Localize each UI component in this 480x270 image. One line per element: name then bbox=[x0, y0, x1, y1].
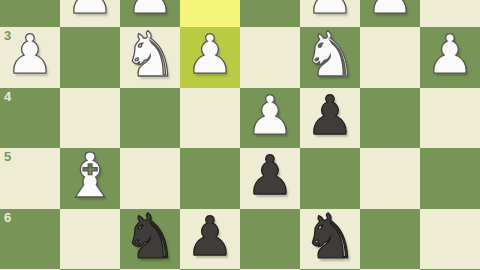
square-h3[interactable]: 3♟ bbox=[0, 27, 60, 88]
rank-label-6: 6 bbox=[4, 211, 11, 224]
white-knight[interactable]: ♞ bbox=[302, 24, 358, 86]
square-a5[interactable] bbox=[420, 148, 480, 209]
white-pawn[interactable]: ♟ bbox=[6, 28, 54, 82]
square-e6[interactable]: ♟ bbox=[180, 209, 240, 270]
square-c4[interactable]: ♟ bbox=[300, 88, 360, 149]
square-e3[interactable]: ♟ bbox=[180, 27, 240, 88]
square-f3[interactable]: ♞ bbox=[120, 27, 180, 88]
square-d4[interactable]: ♟ bbox=[240, 88, 300, 149]
square-d3[interactable] bbox=[240, 27, 300, 88]
square-d6[interactable] bbox=[240, 209, 300, 270]
square-b2[interactable]: ♟ bbox=[360, 0, 420, 27]
black-pawn[interactable]: ♟ bbox=[186, 210, 234, 264]
white-knight[interactable]: ♞ bbox=[122, 24, 178, 86]
square-g5[interactable]: ♝ bbox=[60, 148, 120, 209]
square-e4[interactable] bbox=[180, 88, 240, 149]
chessboard-viewport: ♟♟♟♟3♟♞♟♞♟4♟♟5♝♟6♞♟♞7 bbox=[0, 0, 480, 270]
rank-label-4: 4 bbox=[4, 90, 11, 103]
square-e5[interactable] bbox=[180, 148, 240, 209]
square-a3[interactable]: ♟ bbox=[420, 27, 480, 88]
square-h5[interactable]: 5 bbox=[0, 148, 60, 209]
black-knight[interactable]: ♞ bbox=[122, 206, 178, 268]
square-b4[interactable] bbox=[360, 88, 420, 149]
square-c3[interactable]: ♞ bbox=[300, 27, 360, 88]
rank-label-5: 5 bbox=[4, 150, 11, 163]
black-pawn[interactable]: ♟ bbox=[246, 149, 294, 203]
square-g2[interactable]: ♟ bbox=[60, 0, 120, 27]
square-f4[interactable] bbox=[120, 88, 180, 149]
white-pawn[interactable]: ♟ bbox=[66, 0, 114, 22]
chessboard[interactable]: ♟♟♟♟3♟♞♟♞♟4♟♟5♝♟6♞♟♞7 bbox=[0, 0, 480, 270]
white-pawn[interactable]: ♟ bbox=[246, 89, 294, 143]
white-bishop[interactable]: ♝ bbox=[62, 145, 118, 207]
square-a6[interactable] bbox=[420, 209, 480, 270]
white-pawn[interactable]: ♟ bbox=[366, 0, 414, 22]
square-g6[interactable] bbox=[60, 209, 120, 270]
white-pawn[interactable]: ♟ bbox=[426, 28, 474, 82]
square-h4[interactable]: 4 bbox=[0, 88, 60, 149]
square-b5[interactable] bbox=[360, 148, 420, 209]
square-g3[interactable] bbox=[60, 27, 120, 88]
black-knight[interactable]: ♞ bbox=[302, 206, 358, 268]
square-f6[interactable]: ♞ bbox=[120, 209, 180, 270]
square-d2[interactable] bbox=[240, 0, 300, 27]
square-c6[interactable]: ♞ bbox=[300, 209, 360, 270]
square-a4[interactable] bbox=[420, 88, 480, 149]
square-b3[interactable] bbox=[360, 27, 420, 88]
square-h6[interactable]: 6 bbox=[0, 209, 60, 270]
square-d5[interactable]: ♟ bbox=[240, 148, 300, 209]
black-pawn[interactable]: ♟ bbox=[306, 89, 354, 143]
white-pawn[interactable]: ♟ bbox=[186, 28, 234, 82]
square-b6[interactable] bbox=[360, 209, 420, 270]
